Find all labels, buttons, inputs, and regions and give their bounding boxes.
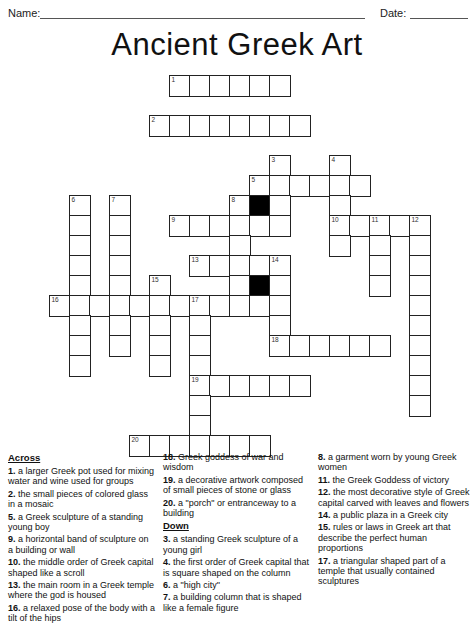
grid-cell-r15c18[interactable] [409,375,431,397]
grid-cell-r2c6[interactable] [169,115,191,137]
grid-cell-r6c1[interactable]: 6 [69,195,91,217]
grid-cell-r7c15[interactable] [349,215,371,237]
grid-cell-r7c16[interactable]: 11 [369,215,391,237]
clue-number-label: 15. [318,522,333,532]
clue-5: 5. a Greek sculpture of a standing young… [8,512,156,533]
clue-17: 17. a triangular shaped part of a temple… [318,556,470,587]
grid-cell-r12c11[interactable] [269,315,291,337]
across-header: Across [8,452,156,463]
cell-number-18: 18 [272,336,279,343]
grid-cell-r10c5[interactable]: 15 [149,275,171,297]
cell-number-17: 17 [192,296,199,303]
clue-text: a triangular shaped part of a temple tha… [318,556,446,587]
cell-number-4: 4 [332,156,336,163]
grid-cell-r13c14[interactable] [329,335,351,357]
date-label: Date: [380,7,406,19]
clue-number-label: 2. [8,489,18,499]
grid-cell-r15c7[interactable]: 19 [189,375,211,397]
grid-cell-r14c7[interactable] [189,355,211,377]
grid-cell-r7c11[interactable] [269,215,291,237]
grid-cell-r16c18[interactable] [409,395,431,417]
grid-cell-r13c16[interactable] [369,335,391,357]
cell-number-15: 15 [152,276,159,283]
clue-14: 14. a public plaza in a Greek city [318,510,470,520]
grid-cell-r8c1[interactable] [69,235,91,257]
grid-cell-r11c5[interactable] [149,295,171,317]
grid-cell-r2c5[interactable]: 2 [149,115,171,137]
clue-text: a public plaza in a Greek city [333,510,448,520]
grid-cell-r0c7[interactable] [189,75,211,97]
clue-number-label: 1. [8,466,18,476]
grid-cell-r14c18[interactable] [409,355,431,377]
grid-cell-r5c13[interactable] [309,175,331,197]
grid-cell-r9c3[interactable] [109,255,131,277]
clue-number-label: 19. [163,475,178,485]
cell-number-19: 19 [192,376,199,383]
clue-number-label: 4. [163,557,173,567]
grid-cell-r2c11[interactable] [269,115,291,137]
clue-number-label: 9. [8,534,18,544]
grid-cell-r5c11[interactable] [269,175,291,197]
clue-text: the middle order of Greek capital shaped… [8,557,154,577]
grid-cell-r7c1[interactable] [69,215,91,237]
clue-text: the small pieces of colored glass in a m… [8,489,148,509]
grid-cell-r12c3[interactable] [109,315,131,337]
grid-cell-r10c16[interactable] [369,275,391,297]
clue-3: 3. a standing Greek sculpture of a young… [163,534,311,555]
grid-cell-r11c1[interactable] [69,295,91,317]
clue-7: 7. a building column that is shaped like… [163,592,311,613]
grid-cell-r8c14[interactable] [329,235,351,257]
grid-cell-r15c12[interactable] [289,375,311,397]
clue-text: the Greek Goddess of victory [333,475,450,485]
grid-cell-r8c16[interactable] [369,235,391,257]
grid-cell-r2c10[interactable] [249,115,271,137]
clue-column-2: 18. Greek goddess of war and wisdom19. a… [163,452,311,626]
grid-cell-r9c11[interactable]: 14 [269,255,291,277]
clue-2: 2. the small pieces of colored glass in … [8,489,156,510]
grid-cell-r11c9[interactable] [229,295,251,317]
grid-cell-r4c11[interactable]: 3 [269,155,291,177]
grid-cell-r12c18[interactable] [409,315,431,337]
clue-text: a decorative artwork composed of small p… [163,475,303,495]
grid-cell-r6c9[interactable]: 8 [229,195,251,217]
grid-cell-r12c1[interactable] [69,315,91,337]
grid-cell-r7c17[interactable] [389,215,411,237]
clue-11: 11. the Greek Goddess of victory [318,475,470,485]
crossword-board: 1234567891011121314151617181920 [49,75,431,457]
clue-text: rules or laws in Greek art that describe… [318,522,451,553]
cell-number-9: 9 [172,216,176,223]
grid-cell-r8c18[interactable] [409,235,431,257]
grid-cell-r6c3[interactable]: 7 [109,195,131,217]
clue-text: a garment worn by young Greek women [318,452,457,472]
grid-cell-r13c13[interactable] [309,335,331,357]
date-line[interactable] [410,5,468,19]
grid-cell-r2c8[interactable] [209,115,231,137]
grid-cell-r7c9[interactable] [229,215,251,237]
grid-cell-r13c18[interactable] [409,335,431,357]
grid-cell-r8c3[interactable] [109,235,131,257]
clue-number-label: 20. [163,498,178,508]
grid-cell-r9c9[interactable] [229,255,251,277]
clue-number-label: 11. [318,475,333,485]
grid-cell-r10c11[interactable] [269,275,291,297]
clue-text: a "high city" [173,580,220,590]
grid-cell-r11c11[interactable] [269,295,291,317]
grid-cell-r4c14[interactable]: 4 [329,155,351,177]
cell-number-10: 10 [332,216,339,223]
clue-9: 9. a horizontal band of sculpture on a b… [8,534,156,555]
clue-text: a standing Greek sculpture of a young gi… [163,534,298,554]
clue-text: a larger Greek pot used for mixing water… [8,466,154,486]
grid-cell-r11c8[interactable] [209,295,231,317]
grid-cell-r9c18[interactable] [409,255,431,277]
grid-cell-r8c9[interactable] [229,235,251,257]
grid-cell-r15c10[interactable] [249,375,271,397]
grid-cell-r2c12[interactable] [289,115,311,137]
cell-number-11: 11 [372,216,379,223]
grid-cell-r0c6[interactable]: 1 [169,75,191,97]
clue-column-3: 8. a garment worn by young Greek women11… [318,452,470,626]
cell-number-8: 8 [232,196,236,203]
cell-number-12: 12 [412,216,419,223]
grid-cell-r7c6[interactable]: 9 [169,215,191,237]
cell-number-20: 20 [132,436,139,443]
grid-cell-r11c3[interactable] [109,295,131,317]
grid-cell-r13c12[interactable] [289,335,311,357]
worksheet-page: Name: Date: Ancient Greek Art 1234567891… [0,0,474,629]
clue-number-label: 12. [318,487,333,497]
clue-number-label: 17. [318,556,333,566]
down-header: Down [163,520,311,531]
grid-cell-r9c1[interactable] [69,255,91,277]
grid-cell-r9c16[interactable] [369,255,391,277]
cell-number-5: 5 [252,176,256,183]
clue-number-label: 7. [163,592,173,602]
clue-number-label: 10. [8,557,23,567]
clue-text: the most decorative style of Greek capit… [318,487,470,507]
grid-cell-r6c14[interactable] [329,195,351,217]
grid-cell-r10c1[interactable] [69,275,91,297]
clue-column-1: Across1. a larger Greek pot used for mix… [8,452,156,626]
grid-cell-r10c18[interactable] [409,275,431,297]
clue-4: 4. the first order of Greek capital that… [163,557,311,578]
clue-number-label: 6. [163,580,173,590]
grid-cell-r2c9[interactable] [229,115,251,137]
grid-cell-r9c7[interactable]: 13 [189,255,211,277]
grid-cell-r7c18[interactable]: 12 [409,215,431,237]
clue-text: a building column that is shaped like a … [163,592,302,612]
grid-cell-r13c5[interactable] [149,335,171,357]
grid-cell-r5c12[interactable] [289,175,311,197]
name-line[interactable] [40,5,365,19]
clue-text: the main room in a Greek temple where th… [8,580,154,600]
grid-cell-r13c15[interactable] [349,335,371,357]
page-title: Ancient Greek Art [0,27,474,63]
grid-cell-r10c9[interactable] [229,275,251,297]
clue-number-label: 3. [163,534,173,544]
grid-cell-r11c6[interactable] [169,295,191,317]
cell-number-7: 7 [112,196,116,203]
grid-cell-r9c8[interactable] [209,255,231,277]
grid-cell-r7c7[interactable] [189,215,211,237]
grid-cell-r13c3[interactable] [109,335,131,357]
grid-cell-r0c9[interactable] [229,75,251,97]
clue-text: a horizontal band of sculpture on a buil… [8,534,149,554]
grid-cell-r13c7[interactable] [189,335,211,357]
grid-cell-r7c10[interactable] [249,215,271,237]
clue-10: 10. the middle order of Greek capital sh… [8,557,156,578]
grid-cell-r7c3[interactable] [109,215,131,237]
clue-16: 16. a relaxed pose of the body with a ti… [8,603,156,624]
grid-cell-r12c5[interactable] [149,315,171,337]
grid-cell-r5c14[interactable] [329,175,351,197]
grid-cell-r0c10[interactable] [249,75,271,97]
blocked-cell [249,195,271,217]
clue-text: a Greek sculpture of a standing young bo… [8,512,143,532]
grid-cell-r5c15[interactable] [349,175,371,197]
grid-cell-r11c0[interactable]: 16 [49,295,71,317]
grid-cell-r14c1[interactable] [69,355,91,377]
clue-12: 12. the most decorative style of Greek c… [318,487,470,508]
grid-cell-r7c14[interactable]: 10 [329,215,351,237]
blocked-cell [249,275,271,297]
grid-cell-r9c10[interactable] [249,255,271,277]
grid-cell-r6c11[interactable] [269,195,291,217]
grid-cell-r11c7[interactable]: 17 [189,295,211,317]
cell-number-2: 2 [152,116,156,123]
clue-19: 19. a decorative artwork composed of sma… [163,475,311,496]
clue-number-label: 13. [8,580,23,590]
grid-cell-r12c7[interactable] [189,315,211,337]
clue-6: 6. a "high city" [163,580,311,590]
clue-text: a relaxed pose of the body with a tilt o… [8,603,155,623]
cell-number-14: 14 [272,256,279,263]
grid-cell-r13c11[interactable]: 18 [269,335,291,357]
cell-number-16: 16 [52,296,59,303]
clue-number-label: 8. [318,452,328,462]
grid-cell-r0c8[interactable] [209,75,231,97]
clue-15: 15. rules or laws in Greek art that desc… [318,522,470,553]
clue-number-label: 5. [8,512,18,522]
cell-number-6: 6 [72,196,76,203]
clue-8: 8. a garment worn by young Greek women [318,452,470,473]
cell-number-1: 1 [172,76,176,83]
grid-cell-r11c2[interactable] [89,295,111,317]
clue-18: 18. Greek goddess of war and wisdom [163,452,311,473]
clue-text: a "porch" or entranceway to a building [163,498,296,518]
grid-cell-r15c8[interactable] [209,375,231,397]
cell-number-13: 13 [192,256,199,263]
clue-text: Greek goddess of war and wisdom [163,452,284,472]
grid-cell-r11c4[interactable] [129,295,151,317]
grid-cell-r7c8[interactable] [209,215,231,237]
clue-text: the first order of Greek capital that is… [163,557,309,577]
clue-number-label: 18. [163,452,178,462]
clue-number-label: 16. [8,603,23,613]
clue-1: 1. a larger Greek pot used for mixing wa… [8,466,156,487]
grid-cell-r2c7[interactable] [189,115,211,137]
clues-section: Across1. a larger Greek pot used for mix… [8,452,470,626]
grid-cell-r17c7[interactable] [189,415,211,437]
grid-cell-r16c7[interactable] [189,395,211,417]
grid-cell-r5c10[interactable]: 5 [249,175,271,197]
clue-13: 13. the main room in a Greek temple wher… [8,580,156,601]
name-label: Name: [8,7,40,19]
grid-cell-r11c18[interactable] [409,295,431,317]
grid-cell-r0c11[interactable] [269,75,291,97]
grid-cell-r10c3[interactable] [109,275,131,297]
clue-20: 20. a "porch" or entranceway to a buildi… [163,498,311,519]
grid-cell-r11c10[interactable] [249,295,271,317]
grid-cell-r13c1[interactable] [69,335,91,357]
grid-cell-r14c5[interactable] [149,355,171,377]
grid-cell-r15c11[interactable] [269,375,291,397]
cell-number-3: 3 [272,156,276,163]
grid-cell-r15c9[interactable] [229,375,251,397]
clue-number-label: 14. [318,510,333,520]
